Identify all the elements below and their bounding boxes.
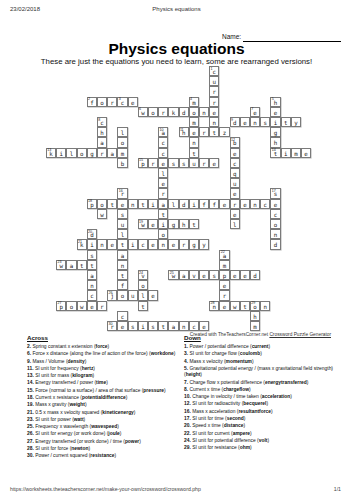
cell-letter: r <box>98 302 106 313</box>
clue-number: 3 <box>119 97 121 101</box>
grid-cell[interactable]: u <box>189 158 199 168</box>
cell-letter: s <box>261 118 269 129</box>
clue-number: 1 <box>210 67 212 71</box>
grid-cell[interactable]: 1c <box>209 66 219 76</box>
grid-cell[interactable]: 14t <box>270 148 280 158</box>
grid-cell[interactable]: 15p <box>138 158 148 168</box>
cell-letter: z <box>220 128 228 139</box>
cell-letter: n <box>251 200 259 211</box>
grid-cell[interactable]: t <box>77 260 87 270</box>
grid-cell[interactable]: w <box>97 209 107 219</box>
grid-cell[interactable]: 5h <box>270 97 280 107</box>
grid-cell[interactable]: a <box>66 260 76 270</box>
across-answer-19: weight <box>69 402 85 407</box>
grid-cell[interactable]: a <box>97 137 107 147</box>
grid-cell[interactable]: e <box>219 280 229 290</box>
grid-cell[interactable]: h <box>97 127 107 137</box>
cell-letter: w <box>98 210 106 221</box>
grid-cell[interactable]: t <box>138 301 148 311</box>
grid-cell[interactable]: i <box>87 239 97 249</box>
grid-cell[interactable]: n <box>117 260 127 270</box>
cell-letter: o <box>98 98 106 109</box>
grid-cell[interactable]: m <box>189 117 199 127</box>
grid-cell[interactable]: n <box>128 199 138 209</box>
across-answer-23: watt <box>74 417 84 422</box>
grid-cell[interactable]: r <box>148 158 158 168</box>
grid-cell[interactable]: 28n <box>209 301 219 311</box>
cell-letter: o <box>78 149 86 160</box>
across-answer-18: potentialdifference <box>82 395 126 400</box>
grid-cell[interactable]: p <box>219 270 229 280</box>
grid-cell[interactable]: f <box>199 199 209 209</box>
across-answer-2: force <box>96 344 108 349</box>
down-answer-8: chargeflow <box>223 387 249 392</box>
cell-letter: e <box>200 271 208 282</box>
grid-cell[interactable]: e <box>230 188 240 198</box>
grid-cell[interactable]: 4m <box>189 97 199 107</box>
grid-cell[interactable]: e <box>270 199 280 209</box>
grid-cell[interactable]: i <box>138 321 148 331</box>
grid-cell[interactable]: e <box>87 301 97 311</box>
clue-number: 11 <box>180 128 184 132</box>
cell-letter: i <box>129 240 137 251</box>
grid-cell[interactable]: e <box>219 199 229 209</box>
grid-cell[interactable]: t <box>158 209 168 219</box>
cell-letter: r <box>200 128 208 139</box>
grid-cell[interactable]: e <box>209 158 219 168</box>
cell-letter: o <box>118 291 126 302</box>
grid-cell[interactable]: 30r <box>107 321 117 331</box>
grid-cell[interactable]: e <box>189 127 199 137</box>
down-clue-3: 3. SI unit for charge flow (coulomb) <box>184 351 348 357</box>
grid-cell[interactable]: i <box>148 199 158 209</box>
clue-number: 25 <box>170 271 174 275</box>
grid-cell[interactable]: r <box>219 290 229 300</box>
grid-cell[interactable]: 12b <box>230 137 240 147</box>
grid-cell[interactable]: e <box>158 158 168 168</box>
grid-cell[interactable]: 16r <box>117 188 127 198</box>
grid-cell[interactable]: l <box>117 229 127 239</box>
grid-cell[interactable]: m <box>117 148 127 158</box>
cell-letter: r <box>159 108 167 119</box>
down-clue-22: 22. SI unit for current (ampere) <box>184 431 348 437</box>
grid-cell[interactable]: n <box>209 117 219 127</box>
grid-cell[interactable]: m <box>219 260 229 270</box>
page-subtitle: These are just the equations you need to… <box>0 57 353 66</box>
down-answer-24: volt <box>259 438 268 443</box>
grid-cell[interactable]: l <box>168 199 178 209</box>
cell-letter: y <box>292 118 300 129</box>
grid-cell[interactable]: i <box>281 148 291 158</box>
down-list: 1. Power / potential difference (current… <box>184 344 348 452</box>
grid-cell[interactable]: 9d <box>230 117 240 127</box>
across-list: 2. Spring constant x extension (force)6.… <box>27 344 180 460</box>
cell-letter: e <box>88 302 96 313</box>
footer-url[interactable]: https://worksheets.theteacherscorner.net… <box>10 486 201 492</box>
grid-cell[interactable]: c <box>158 148 168 158</box>
cell-letter: e <box>129 98 137 109</box>
grid-cell[interactable]: t <box>189 219 199 229</box>
grid-cell[interactable]: e <box>158 178 168 188</box>
grid-cell[interactable]: r <box>209 86 219 96</box>
clue-number: 13 <box>47 148 51 152</box>
grid-cell[interactable]: e <box>199 270 209 280</box>
grid-cell[interactable]: n <box>270 229 280 239</box>
grid-cell[interactable]: 24v <box>138 270 148 280</box>
cell-letter: r <box>200 159 208 170</box>
grid-cell[interactable]: 7e <box>250 107 260 117</box>
grid-cell[interactable]: i <box>56 148 66 158</box>
grid-cell[interactable]: a <box>107 148 117 158</box>
cell-letter: i <box>57 149 65 160</box>
clue-number: 28 <box>210 301 214 305</box>
cell-letter: f <box>200 200 208 211</box>
cell-letter: g <box>88 149 96 160</box>
grid-cell[interactable]: s <box>209 270 219 280</box>
cell-letter: i <box>282 149 290 160</box>
grid-cell[interactable]: e <box>230 270 240 280</box>
grid-cell[interactable]: w <box>77 301 87 311</box>
grid-cell[interactable]: e <box>301 148 311 158</box>
grid-cell[interactable]: n <box>260 301 270 311</box>
grid-cell[interactable]: o <box>158 229 168 239</box>
grid-cell[interactable]: t <box>117 239 127 249</box>
cell-letter: r <box>98 149 106 160</box>
grid-cell[interactable]: s <box>117 209 127 219</box>
grid-cell[interactable]: s <box>260 117 270 127</box>
grid-cell[interactable]: e <box>117 199 127 209</box>
grid-cell[interactable]: e <box>148 239 158 249</box>
grid-cell[interactable]: e <box>270 107 280 117</box>
grid-cell[interactable]: a <box>158 199 168 209</box>
across-clue-26: 26. SI unit for energy (or work done) (j… <box>27 431 180 437</box>
grid-cell[interactable]: s <box>179 158 189 168</box>
grid-cell[interactable]: u <box>230 178 240 188</box>
grid-cell[interactable]: i <box>189 199 199 209</box>
cell-letter: c <box>261 200 269 211</box>
grid-cell[interactable]: v <box>189 270 199 280</box>
grid-cell[interactable]: 3c <box>117 97 127 107</box>
across-answer-6: workdone <box>151 351 174 356</box>
cell-letter: e <box>149 240 157 251</box>
grid-cell[interactable]: 29o <box>250 301 260 311</box>
grid-cell[interactable]: n <box>97 239 107 249</box>
grid-cell[interactable]: 8c <box>97 117 107 127</box>
across-clue-18: 18. Current x resistance (potentialdiffe… <box>27 395 180 401</box>
grid-cell[interactable]: e <box>230 209 240 219</box>
grid-cell[interactable]: r <box>199 158 209 168</box>
grid-cell[interactable]: h <box>270 137 280 147</box>
cell-letter: s <box>210 271 218 282</box>
cell-letter: e <box>169 240 177 251</box>
grid-cell[interactable]: i <box>270 117 280 127</box>
clue-number: 16 <box>119 189 123 193</box>
grid-cell[interactable]: i <box>128 239 138 249</box>
grid-cell[interactable]: 19w <box>138 219 148 229</box>
grid-cell[interactable]: e <box>117 321 127 331</box>
down-clue-17: 17. SI unit for time (second) <box>184 416 348 422</box>
grid-cell[interactable]: c <box>117 311 127 321</box>
grid-cell[interactable]: r <box>230 199 240 209</box>
grid-cell[interactable]: g <box>189 239 199 249</box>
grid-cell[interactable]: 22a <box>219 250 229 260</box>
cell-letter: r <box>149 159 157 170</box>
grid-cell[interactable]: m <box>291 148 301 158</box>
grid-cell[interactable]: w <box>230 301 240 311</box>
cell-letter: n <box>251 118 259 129</box>
grid-cell[interactable]: 2f <box>87 97 97 107</box>
down-clue-8: 8. Current x time (chargeflow) <box>184 387 348 393</box>
grid-cell[interactable]: y <box>199 239 209 249</box>
down-answer-20: distance <box>224 423 244 428</box>
grid-cell[interactable]: r <box>199 127 209 137</box>
grid-cell[interactable]: a <box>179 270 189 280</box>
grid-cell[interactable]: e <box>148 290 158 300</box>
grid-cell[interactable]: c <box>87 290 97 300</box>
grid-cell[interactable]: l <box>66 148 76 158</box>
cell-letter: n <box>129 200 137 211</box>
cell-letter: e <box>302 149 310 160</box>
clue-number: 23 <box>57 260 61 264</box>
grid-cell[interactable]: t <box>138 199 148 209</box>
cell-letter: l <box>67 149 75 160</box>
grid-cell[interactable]: o <box>148 107 158 117</box>
clue-number: 2 <box>88 97 90 101</box>
grid-cell[interactable]: z <box>219 127 229 137</box>
grid-cell[interactable]: e <box>128 97 138 107</box>
down-answer-5: height <box>186 372 201 377</box>
grid-cell[interactable]: s <box>148 321 158 331</box>
grid-cell[interactable]: n <box>158 239 168 249</box>
grid-cell[interactable]: e <box>240 270 250 280</box>
grid-cell[interactable]: o <box>189 107 199 117</box>
grid-cell[interactable]: o <box>66 301 76 311</box>
grid-cell[interactable]: d <box>250 270 260 280</box>
cell-letter: a <box>169 322 177 333</box>
grid-cell[interactable]: y <box>291 117 301 127</box>
grid-cell[interactable]: 23w <box>56 260 66 270</box>
grid-cell[interactable]: r <box>179 239 189 249</box>
grid-cell[interactable]: n <box>250 199 260 209</box>
grid-cell[interactable]: u <box>117 219 127 229</box>
clue-number: 17 <box>272 189 276 193</box>
across-clue-25: 25. Frequency x wavelength (wavespeed) <box>27 424 180 430</box>
grid-cell[interactable]: 6w <box>138 107 148 117</box>
grid-cell[interactable]: 27p <box>56 301 66 311</box>
cell-letter: t <box>78 261 86 272</box>
across-answer-13: kilogram <box>72 373 92 378</box>
footer-page-number: 1/1 <box>334 486 341 492</box>
grid-cell[interactable]: 20d <box>87 229 97 239</box>
grid-cell[interactable]: k <box>168 107 178 117</box>
cell-letter: n <box>98 240 106 251</box>
grid-cell[interactable]: t <box>189 148 199 158</box>
cell-letter: e <box>241 271 249 282</box>
grid-cell[interactable]: t <box>107 199 117 209</box>
grid-cell[interactable]: g <box>168 219 178 229</box>
cell-letter: e <box>220 200 228 211</box>
across-clue-27: 27. Energy transferred (or work done) / … <box>27 439 180 445</box>
grid-cell[interactable]: c <box>230 158 240 168</box>
grid-cell[interactable]: l <box>138 290 148 300</box>
grid-cell[interactable]: c <box>260 199 270 209</box>
down-answer-17: second <box>227 416 244 421</box>
grid-cell[interactable]: o <box>138 280 148 290</box>
grid-cell[interactable]: u <box>128 290 138 300</box>
across-clue-2: 2. Spring constant x extension (force) <box>27 344 180 350</box>
grid-cell[interactable]: s <box>168 158 178 168</box>
clue-number: 12 <box>231 138 235 142</box>
grid-cell[interactable]: o <box>117 137 127 147</box>
across-clue-30: 30. Power / current squared (resistance) <box>27 453 180 459</box>
grid-cell[interactable]: r <box>209 97 219 107</box>
grid-cell[interactable]: a <box>168 321 178 331</box>
grid-cell[interactable]: r <box>107 97 117 107</box>
down-clue-10: 10. Change in velocity / time taken (acc… <box>184 394 348 400</box>
grid-cell[interactable]: g <box>270 127 280 137</box>
grid-cell[interactable]: o <box>97 199 107 209</box>
grid-cell[interactable]: e <box>240 117 250 127</box>
grid-cell[interactable]: e <box>168 239 178 249</box>
cell-letter: d <box>251 271 259 282</box>
grid-cell[interactable]: f <box>117 280 127 290</box>
cell-letter: e <box>210 159 218 170</box>
grid-cell[interactable]: u <box>209 76 219 86</box>
grid-cell[interactable]: c <box>270 209 280 219</box>
across-clue-21: 21. 0.5 x mass x velocity squared (kinet… <box>27 410 180 416</box>
across-clue-15: 15. Force (normal to a surface) / area o… <box>27 388 180 394</box>
grid-cell[interactable]: e <box>148 219 158 229</box>
grid-cell[interactable]: o <box>97 97 107 107</box>
grid-cell[interactable]: 25w <box>168 270 178 280</box>
cell-letter: w <box>78 302 86 313</box>
down-clues: Down 1. Power / potential difference (cu… <box>184 335 348 452</box>
across-title: Across <box>27 335 180 341</box>
cell-letter: h <box>180 220 188 231</box>
grid-cell[interactable]: s <box>87 250 97 260</box>
cell-letter: s <box>149 322 157 333</box>
clue-number: 30 <box>108 322 112 326</box>
across-answer-11: hertz <box>82 366 94 371</box>
grid-cell[interactable]: l <box>230 219 240 229</box>
grid-cell[interactable]: 21k <box>77 239 87 249</box>
grid-cell[interactable]: n <box>189 137 199 147</box>
cell-letter: o <box>67 302 75 313</box>
down-answer-4: momentum <box>226 359 252 364</box>
across-answer-14: time <box>96 380 106 385</box>
cell-letter: l <box>169 200 177 211</box>
clue-number: 20 <box>88 230 92 234</box>
cell-letter: u <box>190 159 198 170</box>
grid-cell[interactable]: 17s <box>270 188 280 198</box>
cell-letter: v <box>190 271 198 282</box>
grid-cell[interactable]: e <box>209 107 219 117</box>
grid-cell[interactable]: e <box>219 301 229 311</box>
grid-cell[interactable]: a <box>117 250 127 260</box>
cell-letter: a <box>67 261 75 272</box>
across-answer-15: pressure <box>143 388 164 393</box>
across-clue-6: 6. Force x distance (along the line of a… <box>27 351 180 357</box>
down-answer-7: energytransferred <box>265 380 307 385</box>
grid-cell[interactable]: f <box>209 199 219 209</box>
across-clue-11: 11. SI unit for frequency (hertz) <box>27 366 180 372</box>
grid-cell[interactable]: n <box>179 321 189 331</box>
cell-letter: e <box>108 240 116 251</box>
across-answer-26: joule <box>108 431 119 436</box>
grid-cell[interactable]: o <box>270 219 280 229</box>
grid-cell[interactable]: e <box>199 321 209 331</box>
grid-cell[interactable]: n <box>250 117 260 127</box>
grid-cell[interactable]: g <box>87 148 97 158</box>
grid-cell[interactable]: a <box>87 270 97 280</box>
grid-cell[interactable]: c <box>158 137 168 147</box>
grid-cell[interactable]: l <box>117 127 127 137</box>
grid-cell[interactable]: t <box>117 270 127 280</box>
grid-cell[interactable]: h <box>250 311 260 321</box>
grid-cell[interactable]: e <box>230 148 240 158</box>
grid-cell[interactable]: t <box>281 117 291 127</box>
grid-cell[interactable]: t <box>209 127 219 137</box>
cell-letter: d <box>271 240 279 251</box>
grid-cell[interactable]: 26j <box>107 290 117 300</box>
grid-cell[interactable]: r <box>97 148 107 158</box>
grid-cell[interactable]: 10a <box>158 127 168 137</box>
grid-cell[interactable]: c <box>138 239 148 249</box>
grid-cell[interactable]: 18p <box>87 199 97 209</box>
clue-number: 6 <box>139 107 141 111</box>
cell-letter: o <box>149 108 157 119</box>
grid-cell[interactable]: c <box>189 321 199 331</box>
grid-cell[interactable]: t <box>87 260 97 270</box>
grid-cell[interactable]: r <box>158 188 168 198</box>
grid-cell[interactable]: e <box>107 239 117 249</box>
grid-cell[interactable]: 11h <box>179 127 189 137</box>
cell-letter: r <box>180 240 188 251</box>
grid-cell[interactable]: t <box>240 301 250 311</box>
grid-cell[interactable]: t <box>158 321 168 331</box>
cell-letter: e <box>231 271 239 282</box>
grid-cell[interactable]: i <box>158 219 168 229</box>
grid-cell[interactable]: q <box>230 168 240 178</box>
across-answer-21: kineticenergy <box>102 410 134 415</box>
grid-cell[interactable]: h <box>179 219 189 229</box>
grid-cell[interactable]: r <box>158 107 168 117</box>
grid-cell[interactable]: r <box>97 301 107 311</box>
grid-cell[interactable]: l <box>158 168 168 178</box>
grid-cell[interactable]: n <box>87 280 97 290</box>
grid-cell[interactable]: o <box>77 148 87 158</box>
grid-cell[interactable]: d <box>179 107 189 117</box>
cell-letter: e <box>220 302 228 313</box>
grid-cell[interactable]: d <box>179 199 189 209</box>
grid-cell[interactable]: o <box>117 290 127 300</box>
grid-cell[interactable]: m <box>250 321 260 331</box>
clue-number: 26 <box>108 291 112 295</box>
cell-letter: t <box>190 220 198 231</box>
grid-cell[interactable]: 13k <box>46 148 56 158</box>
grid-cell[interactable]: n <box>199 107 209 117</box>
grid-cell[interactable]: d <box>270 239 280 249</box>
grid-cell[interactable]: b <box>117 158 127 168</box>
cell-letter: r <box>108 98 116 109</box>
clue-number: 8 <box>98 118 100 122</box>
down-clue-20: 20. Speed x time (distance) <box>184 423 348 429</box>
grid-cell[interactable]: e <box>240 199 250 209</box>
cell-letter: f <box>210 200 218 211</box>
across-answer-9: density <box>68 359 85 364</box>
grid-cell[interactable]: s <box>128 321 138 331</box>
cell-letter: s <box>169 159 177 170</box>
